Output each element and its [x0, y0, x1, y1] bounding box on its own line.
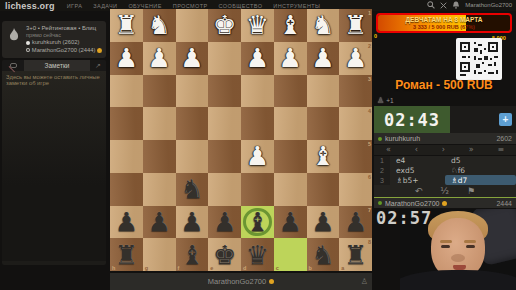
- square-h1[interactable]: ♜: [110, 9, 143, 42]
- coord-file: d: [243, 265, 246, 271]
- white-king[interactable]: ♚: [213, 12, 236, 38]
- black-king[interactable]: ♚: [213, 242, 236, 268]
- square-f2[interactable]: ♟: [176, 42, 209, 75]
- black-queen[interactable]: ♛: [246, 242, 269, 268]
- square-b6[interactable]: [307, 173, 340, 206]
- black-pawn[interactable]: ♟: [147, 209, 170, 235]
- black-pawn[interactable]: ♟: [311, 209, 334, 235]
- square-e5[interactable]: [208, 140, 241, 173]
- square-c5[interactable]: [274, 140, 307, 173]
- coord-file: h: [112, 265, 115, 271]
- square-a7[interactable]: ♟7: [339, 206, 372, 239]
- square-d3[interactable]: [241, 75, 274, 108]
- move-list: 1e4d52exd5♘f63♗b5+♗d7: [374, 156, 516, 185]
- square-d5[interactable]: ♟: [241, 140, 274, 173]
- board-menu-button[interactable]: ≡: [497, 146, 504, 154]
- black-player-line[interactable]: MarathonGo2700 (2444): [26, 47, 102, 55]
- tab-notes[interactable]: Заметки: [24, 60, 90, 71]
- streamer-badge-icon: [97, 48, 102, 53]
- square-g4[interactable]: [143, 107, 176, 140]
- white-knight[interactable]: ♞: [147, 12, 170, 38]
- black-pawn[interactable]: ♟: [213, 209, 236, 235]
- move-black[interactable]: ♗d7: [445, 175, 516, 185]
- chat-muted-icon: [10, 63, 17, 68]
- coord-file: a: [341, 265, 344, 271]
- black-rook[interactable]: ♜: [115, 242, 138, 268]
- under-board-player[interactable]: MarathonGo2700: [208, 277, 266, 286]
- square-h8[interactable]: ♜h: [110, 238, 143, 271]
- coord-rank: 3: [368, 76, 371, 82]
- coord-rank: 6: [368, 174, 371, 180]
- square-b1[interactable]: ♞: [307, 9, 340, 42]
- square-h7[interactable]: ♟: [110, 206, 143, 239]
- square-d8[interactable]: ♛d: [241, 238, 274, 271]
- move-black[interactable]: d5: [445, 156, 516, 165]
- resign-flag-button[interactable]: ⚑: [467, 187, 475, 196]
- square-b2[interactable]: ♟: [307, 42, 340, 75]
- scale-min: 0: [374, 33, 377, 39]
- nav-item[interactable]: СООБЩЕСТВО: [219, 3, 263, 9]
- game-meta: 3+0 • Рейтинговая • Блиц: [26, 25, 102, 32]
- black-knight[interactable]: ♞: [311, 242, 334, 268]
- black-pawn[interactable]: ♟: [278, 209, 301, 235]
- white-color-dot: [26, 41, 30, 45]
- game-status: прямо сейчас: [26, 32, 102, 39]
- go-prev-button[interactable]: ‹: [415, 146, 418, 154]
- coord-rank: 4: [368, 108, 371, 114]
- move-white[interactable]: exd5: [390, 166, 445, 175]
- square-h5[interactable]: [110, 140, 143, 173]
- white-pawn[interactable]: ♟: [278, 45, 301, 71]
- webcam-nose-shadow: [451, 254, 465, 262]
- move-number: 3: [374, 175, 390, 185]
- square-e4[interactable]: [208, 107, 241, 140]
- square-e3[interactable]: [208, 75, 241, 108]
- square-a5[interactable]: 5: [339, 140, 372, 173]
- donation-title: ДЕВЧАТАМ НА 8 МАРТА: [378, 16, 510, 23]
- square-c6[interactable]: [274, 173, 307, 206]
- webcam-brow: [440, 240, 452, 243]
- move-number: 2: [374, 166, 390, 176]
- move-row: 2exd5♘f6: [374, 166, 516, 176]
- expand-icon[interactable]: ↗: [90, 60, 106, 71]
- white-pawn[interactable]: ♟: [246, 143, 269, 169]
- square-h4[interactable]: [110, 107, 143, 140]
- streamer-badge-icon: [269, 279, 274, 284]
- square-f6[interactable]: ♞: [176, 173, 209, 206]
- webcam-brow: [464, 240, 476, 243]
- coord-file: b: [309, 265, 312, 271]
- notes-tabs: Заметки ↗: [2, 60, 106, 71]
- square-g2[interactable]: ♟: [143, 42, 176, 75]
- go-next-button[interactable]: ›: [442, 146, 445, 154]
- donation-progress-text: 3 333 / 5 000 RUB (67%): [378, 24, 510, 30]
- nav-item[interactable]: ПРОСМОТР: [173, 3, 208, 9]
- square-c2[interactable]: ♟: [274, 42, 307, 75]
- move-black[interactable]: ♘f6: [445, 166, 516, 175]
- under-board-bar: MarathonGo2700 ♙: [110, 273, 372, 290]
- square-g8[interactable]: g: [143, 238, 176, 271]
- blitz-flame-icon: [9, 28, 19, 41]
- white-pawn[interactable]: ♟: [311, 45, 334, 71]
- top-player-rating: 2602: [496, 135, 512, 142]
- white-bishop[interactable]: ♝: [278, 12, 301, 38]
- square-a4[interactable]: 4: [339, 107, 372, 140]
- close-icon[interactable]: [440, 2, 447, 9]
- nav-username[interactable]: MarathonGo2700: [465, 2, 512, 8]
- go-first-button[interactable]: «: [386, 146, 391, 154]
- square-d6[interactable]: [241, 173, 274, 206]
- white-rook[interactable]: ♜: [344, 12, 367, 38]
- square-h2[interactable]: ♟: [110, 42, 143, 75]
- square-f3[interactable]: [176, 75, 209, 108]
- nav-menu: ИГРАЗАДАЧИОБУЧЕНИЕПРОСМОТРСООБЩЕСТВОИНСТ…: [67, 3, 321, 9]
- white-pawn[interactable]: ♟: [115, 45, 138, 71]
- square-b4[interactable]: [307, 107, 340, 140]
- square-a3[interactable]: 3: [339, 75, 372, 108]
- top-clock: 02:43: [374, 106, 450, 133]
- coord-file: c: [276, 265, 279, 271]
- square-c3[interactable]: [274, 75, 307, 108]
- coord-rank: 8: [368, 239, 371, 245]
- move-number: 1: [374, 156, 390, 166]
- coord-rank: 5: [368, 141, 371, 147]
- replay-controls: «‹›»≡: [374, 145, 516, 155]
- black-rook[interactable]: ♜: [344, 242, 367, 268]
- white-pawn[interactable]: ♟: [246, 45, 269, 71]
- nav-right: MarathonGo2700: [427, 1, 512, 9]
- square-d4[interactable]: [241, 107, 274, 140]
- square-d1[interactable]: ♛: [241, 9, 274, 42]
- top-player-row[interactable]: kuruhkuruh 2602: [374, 133, 516, 144]
- game-info-box: 3+0 • Рейтинговая • Блиц прямо сейчас ku…: [2, 21, 106, 58]
- white-bishop[interactable]: ♝: [311, 143, 334, 169]
- square-a2[interactable]: ♟2: [339, 42, 372, 75]
- black-knight[interactable]: ♞: [180, 176, 203, 202]
- square-e6[interactable]: [208, 173, 241, 206]
- square-d2[interactable]: ♟: [241, 42, 274, 75]
- square-g1[interactable]: ♞: [143, 9, 176, 42]
- pawn-icon: ♙: [361, 277, 368, 286]
- square-b7[interactable]: ♟: [307, 206, 340, 239]
- square-d7[interactable]: ♝: [241, 206, 274, 239]
- bell-icon[interactable]: [452, 1, 460, 9]
- square-b3[interactable]: [307, 75, 340, 108]
- square-a8[interactable]: ♜8a: [339, 238, 372, 271]
- online-dot: [378, 137, 382, 141]
- tab-chat-muted[interactable]: [2, 60, 24, 71]
- square-g3[interactable]: [143, 75, 176, 108]
- coord-file: e: [210, 265, 213, 271]
- white-knight[interactable]: ♞: [311, 12, 334, 38]
- square-c1[interactable]: ♝: [274, 9, 307, 42]
- square-f1[interactable]: [176, 9, 209, 42]
- move-white[interactable]: ♗b5+: [390, 176, 445, 185]
- black-bishop[interactable]: ♝: [246, 209, 269, 235]
- square-f5[interactable]: [176, 140, 209, 173]
- material-count: +1: [386, 97, 393, 104]
- white-player-line[interactable]: kuruhkuruh (2602): [26, 39, 102, 47]
- square-c7[interactable]: ♟: [274, 206, 307, 239]
- notes-input[interactable]: [2, 71, 106, 261]
- square-g5[interactable]: [143, 140, 176, 173]
- material-indicator: ♟ +1: [377, 96, 394, 105]
- draw-offer-button[interactable]: ½: [440, 187, 449, 196]
- white-queen[interactable]: ♛: [246, 12, 269, 38]
- bottom-clock-time: 02:57: [376, 208, 432, 228]
- move-white[interactable]: e4: [390, 156, 445, 165]
- donation-banner: ДЕВЧАТАМ НА 8 МАРТА 3 333 / 5 000 RUB (6…: [376, 13, 512, 33]
- captured-pawn-icon: ♟: [377, 96, 384, 105]
- white-pawn[interactable]: ♟: [180, 45, 203, 71]
- square-c8[interactable]: c: [274, 238, 307, 271]
- webcam-torso: [400, 270, 516, 290]
- go-last-button[interactable]: »: [469, 146, 474, 154]
- square-b8[interactable]: ♞b: [307, 238, 340, 271]
- black-player-text: MarathonGo2700 (2444): [32, 47, 96, 55]
- white-pawn[interactable]: ♟: [147, 45, 170, 71]
- webcam-eye: [441, 245, 450, 248]
- top-player-name[interactable]: kuruhkuruh: [385, 135, 420, 142]
- square-a6[interactable]: 6: [339, 173, 372, 206]
- square-h3[interactable]: [110, 75, 143, 108]
- square-f8[interactable]: ♝f: [176, 238, 209, 271]
- nav-item[interactable]: ОБУЧЕНИЕ: [128, 3, 161, 9]
- move-row: 1e4d5: [374, 156, 516, 166]
- square-f7[interactable]: ♟: [176, 206, 209, 239]
- black-pawn[interactable]: ♟: [180, 209, 203, 235]
- bottom-player-rating: 2444: [496, 200, 512, 207]
- square-h6[interactable]: [110, 173, 143, 206]
- square-e2[interactable]: [208, 42, 241, 75]
- square-g7[interactable]: ♟: [143, 206, 176, 239]
- nav-item[interactable]: ИНСТРУМЕНТЫ: [273, 3, 320, 9]
- square-e8[interactable]: ♚e: [208, 238, 241, 271]
- black-pawn[interactable]: ♟: [344, 209, 367, 235]
- qr-code: [456, 38, 502, 80]
- top-clock-row: 02:43 +: [374, 106, 516, 133]
- square-g6[interactable]: [143, 173, 176, 206]
- donation-donor-text: Роман - 500 RUB: [374, 78, 514, 92]
- coord-rank: 2: [368, 43, 371, 49]
- square-b5[interactable]: ♝: [307, 140, 340, 173]
- square-e7[interactable]: ♟: [208, 206, 241, 239]
- game-actions: ↶ ½ ⚑: [374, 185, 516, 197]
- white-rook[interactable]: ♜: [115, 12, 138, 38]
- bottom-clock: 02:57: [376, 205, 448, 230]
- search-icon[interactable]: [427, 1, 435, 9]
- black-bishop[interactable]: ♝: [180, 242, 203, 268]
- square-e1[interactable]: ♚: [208, 9, 241, 42]
- coord-file: f: [178, 265, 180, 271]
- takeback-button[interactable]: ↶: [415, 187, 423, 196]
- notes-panel: Заметки ↗: [2, 60, 106, 265]
- coord-rank: 1: [368, 10, 371, 16]
- chess-board[interactable]: ♜♞♚♛♝♞♜1♟♟♟♟♟♟♟234♟♝5♞6♟♟♟♟♝♟♟♟7♜hg♝f♚e♛…: [110, 9, 372, 271]
- square-a1[interactable]: ♜1: [339, 9, 372, 42]
- square-c4[interactable]: [274, 107, 307, 140]
- give-time-button[interactable]: +: [499, 113, 512, 126]
- top-clock-time: 02:43: [384, 110, 440, 130]
- black-color-dot: [26, 48, 30, 52]
- move-row: 3♗b5+♗d7: [374, 175, 516, 185]
- nav-item[interactable]: ЗАДАЧИ: [93, 3, 117, 9]
- webcam-eye: [466, 245, 475, 248]
- lichess-logo[interactable]: lichess.org: [5, 1, 55, 11]
- nav-item[interactable]: ИГРА: [67, 3, 83, 9]
- black-pawn[interactable]: ♟: [115, 209, 138, 235]
- square-f4[interactable]: [176, 107, 209, 140]
- coord-rank: 7: [368, 207, 371, 213]
- coord-file: g: [145, 265, 148, 271]
- white-pawn[interactable]: ♟: [344, 45, 367, 71]
- white-player-text: kuruhkuruh (2602): [32, 39, 79, 47]
